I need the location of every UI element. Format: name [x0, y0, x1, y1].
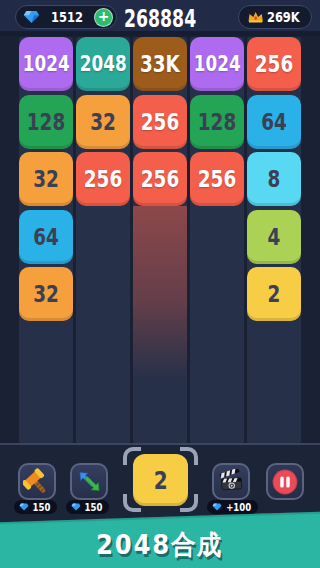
tile-128: 128 — [19, 95, 73, 149]
hammer-cost-badge: 150 — [14, 500, 57, 514]
tile-256: 256 — [190, 152, 244, 206]
tile-128: 128 — [190, 95, 244, 149]
tile-1024: 1024 — [190, 37, 244, 91]
lane-1[interactable]: 1024128326432 — [19, 37, 73, 444]
tile-32: 32 — [19, 152, 73, 206]
video-reward-button[interactable] — [212, 463, 250, 500]
lane-5[interactable]: 25664842 — [247, 37, 301, 444]
game-title: 2048合成 — [0, 527, 320, 563]
tile-32: 32 — [19, 267, 73, 321]
tile-64: 64 — [247, 95, 301, 149]
video-reward-badge: +100 — [207, 500, 258, 514]
swap-cost-badge: 150 — [66, 500, 109, 514]
tile-64: 64 — [19, 210, 73, 264]
lane-2[interactable]: 204832256 — [76, 37, 130, 444]
gem-icon — [71, 503, 81, 511]
pause-button[interactable] — [266, 463, 304, 500]
crown-counter: 269K — [238, 5, 312, 29]
tile-1024: 1024 — [19, 37, 73, 91]
crown-icon — [247, 10, 264, 25]
tile-256: 256 — [133, 152, 187, 206]
lane-4[interactable]: 1024128256 — [190, 37, 244, 444]
tile-256: 256 — [133, 95, 187, 149]
tile-256: 256 — [76, 152, 130, 206]
pause-icon — [271, 468, 299, 496]
tile-32: 32 — [76, 95, 130, 149]
tile-2: 2 — [247, 267, 301, 321]
hammer-button[interactable] — [18, 463, 56, 500]
gem-icon — [19, 503, 29, 511]
launch-trail — [133, 206, 187, 380]
game-screen: 1512 + 268884 269K 1024128326432 2048322… — [0, 0, 320, 568]
video-reward: +100 — [226, 502, 251, 513]
hammer-icon — [23, 468, 51, 496]
swap-button[interactable] — [70, 463, 108, 500]
gem-icon — [212, 503, 222, 511]
swap-cost: 150 — [85, 502, 103, 513]
lane-3[interactable]: 33K256256 — [133, 37, 187, 444]
crown-count: 269K — [267, 9, 300, 25]
hammer-cost: 150 — [33, 502, 51, 513]
tile-4: 4 — [247, 210, 301, 264]
clapperboard-icon — [218, 469, 245, 494]
tile-33K: 33K — [133, 37, 187, 91]
swap-arrows-icon — [76, 468, 103, 495]
tile-8: 8 — [247, 152, 301, 206]
tile-256: 256 — [247, 37, 301, 91]
current-tile: 2 — [133, 454, 188, 506]
tile-2048: 2048 — [76, 37, 130, 91]
